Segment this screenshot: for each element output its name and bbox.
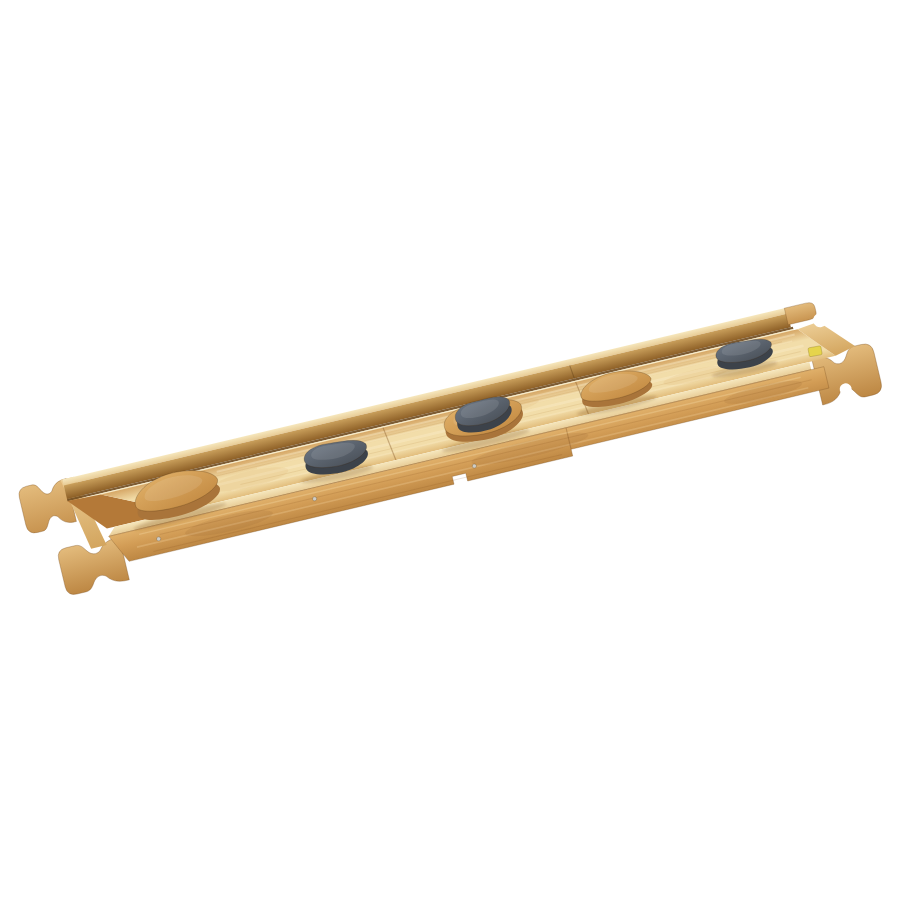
yellow-sticker [808,346,822,357]
balance-beam-illustration [0,0,900,900]
product-photo [0,0,900,900]
